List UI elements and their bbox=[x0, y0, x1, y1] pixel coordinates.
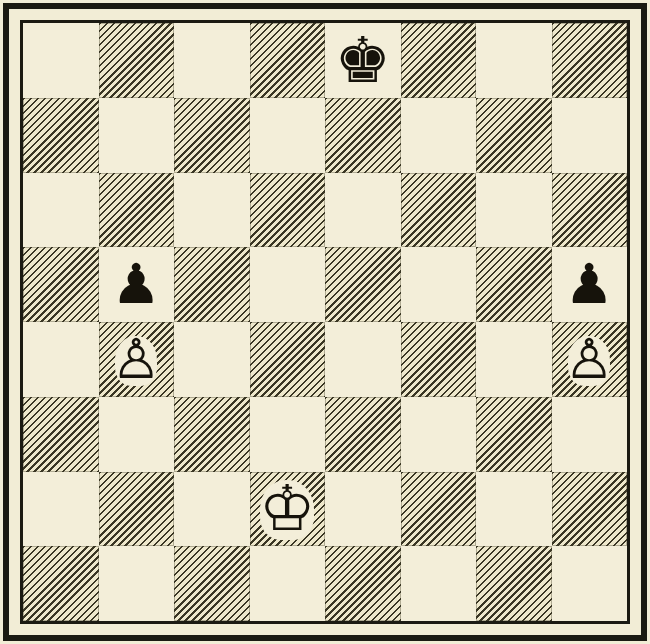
square-d1[interactable] bbox=[250, 546, 326, 621]
square-c6[interactable] bbox=[174, 173, 250, 248]
square-a4[interactable] bbox=[23, 322, 99, 397]
square-d4[interactable] bbox=[250, 322, 326, 397]
piece-white-pawn: ♙ bbox=[112, 332, 161, 387]
square-d8[interactable] bbox=[250, 23, 326, 98]
piece-white-king: ♔ bbox=[259, 477, 315, 540]
square-g1[interactable] bbox=[476, 546, 552, 621]
square-f4[interactable] bbox=[401, 322, 477, 397]
square-h1[interactable] bbox=[552, 546, 628, 621]
square-h8[interactable] bbox=[552, 23, 628, 98]
square-e6[interactable] bbox=[325, 173, 401, 248]
square-e7[interactable] bbox=[325, 98, 401, 173]
piece-black-king: ♚ bbox=[335, 29, 391, 92]
square-f1[interactable] bbox=[401, 546, 477, 621]
square-f8[interactable] bbox=[401, 23, 477, 98]
square-f6[interactable] bbox=[401, 173, 477, 248]
square-c7[interactable] bbox=[174, 98, 250, 173]
square-g8[interactable] bbox=[476, 23, 552, 98]
square-e3[interactable] bbox=[325, 397, 401, 472]
square-c4[interactable] bbox=[174, 322, 250, 397]
square-h7[interactable] bbox=[552, 98, 628, 173]
square-g5[interactable] bbox=[476, 247, 552, 322]
square-b4[interactable]: ♙ bbox=[99, 322, 175, 397]
square-a2[interactable] bbox=[23, 472, 99, 547]
square-c3[interactable] bbox=[174, 397, 250, 472]
square-g3[interactable] bbox=[476, 397, 552, 472]
piece-black-pawn: ♟ bbox=[112, 257, 161, 312]
square-f3[interactable] bbox=[401, 397, 477, 472]
square-g6[interactable] bbox=[476, 173, 552, 248]
square-c1[interactable] bbox=[174, 546, 250, 621]
square-h3[interactable] bbox=[552, 397, 628, 472]
square-d3[interactable] bbox=[250, 397, 326, 472]
square-c8[interactable] bbox=[174, 23, 250, 98]
chess-board: ♚♟♟♙♙♔ bbox=[23, 23, 627, 621]
square-g7[interactable] bbox=[476, 98, 552, 173]
square-a3[interactable] bbox=[23, 397, 99, 472]
square-e4[interactable] bbox=[325, 322, 401, 397]
square-e8[interactable]: ♚ bbox=[325, 23, 401, 98]
square-f7[interactable] bbox=[401, 98, 477, 173]
square-f2[interactable] bbox=[401, 472, 477, 547]
square-d5[interactable] bbox=[250, 247, 326, 322]
square-e2[interactable] bbox=[325, 472, 401, 547]
square-c5[interactable] bbox=[174, 247, 250, 322]
square-g4[interactable] bbox=[476, 322, 552, 397]
square-b6[interactable] bbox=[99, 173, 175, 248]
square-b5[interactable]: ♟ bbox=[99, 247, 175, 322]
square-b1[interactable] bbox=[99, 546, 175, 621]
square-a1[interactable] bbox=[23, 546, 99, 621]
square-a5[interactable] bbox=[23, 247, 99, 322]
square-b3[interactable] bbox=[99, 397, 175, 472]
square-h6[interactable] bbox=[552, 173, 628, 248]
square-e1[interactable] bbox=[325, 546, 401, 621]
square-h5[interactable]: ♟ bbox=[552, 247, 628, 322]
square-e5[interactable] bbox=[325, 247, 401, 322]
square-g2[interactable] bbox=[476, 472, 552, 547]
square-h4[interactable]: ♙ bbox=[552, 322, 628, 397]
square-b7[interactable] bbox=[99, 98, 175, 173]
square-d6[interactable] bbox=[250, 173, 326, 248]
square-a6[interactable] bbox=[23, 173, 99, 248]
square-d2[interactable]: ♔ bbox=[250, 472, 326, 547]
square-b2[interactable] bbox=[99, 472, 175, 547]
piece-white-pawn: ♙ bbox=[565, 332, 614, 387]
square-d7[interactable] bbox=[250, 98, 326, 173]
board-outer-frame: ♚♟♟♙♙♔ bbox=[3, 3, 647, 641]
square-c2[interactable] bbox=[174, 472, 250, 547]
square-a8[interactable] bbox=[23, 23, 99, 98]
square-f5[interactable] bbox=[401, 247, 477, 322]
chess-diagram: ♚♟♟♙♙♔ bbox=[0, 0, 650, 644]
board-inner-frame: ♚♟♟♙♙♔ bbox=[20, 20, 630, 624]
square-h2[interactable] bbox=[552, 472, 628, 547]
piece-black-pawn: ♟ bbox=[565, 257, 614, 312]
square-b8[interactable] bbox=[99, 23, 175, 98]
square-a7[interactable] bbox=[23, 98, 99, 173]
